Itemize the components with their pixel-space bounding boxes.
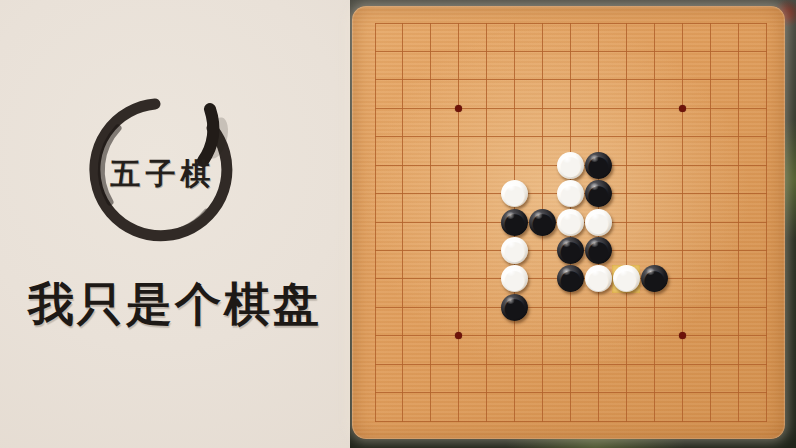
enso-ink-circle-icon: 五子棋 bbox=[88, 98, 238, 248]
grid-line bbox=[375, 421, 767, 422]
black-stone: ● bbox=[641, 265, 668, 292]
star-point bbox=[679, 105, 686, 112]
star-point bbox=[455, 332, 462, 339]
grid-line bbox=[738, 23, 739, 422]
white-stone: ● bbox=[557, 209, 584, 236]
grid-line bbox=[375, 335, 767, 336]
grid-line bbox=[430, 23, 431, 422]
black-stone: ● bbox=[585, 152, 612, 179]
grid-line bbox=[402, 23, 403, 422]
black-stone: ● bbox=[557, 265, 584, 292]
white-stone: ● bbox=[501, 180, 528, 207]
left-panel: 五子棋 我只是个棋盘 bbox=[0, 0, 350, 448]
grid-line bbox=[375, 392, 767, 393]
white-stone: ● bbox=[557, 180, 584, 207]
logo-title: 五子棋 bbox=[88, 154, 238, 195]
black-stone: ● bbox=[585, 180, 612, 207]
white-stone: ● bbox=[585, 265, 612, 292]
star-point bbox=[679, 332, 686, 339]
grid-line bbox=[458, 23, 459, 422]
white-stone: ● bbox=[585, 209, 612, 236]
grid-line bbox=[375, 364, 767, 365]
grid-line bbox=[486, 23, 487, 422]
grid-line bbox=[654, 23, 655, 422]
white-stone: ● bbox=[501, 237, 528, 264]
grid-line bbox=[375, 23, 376, 422]
white-stone: ● bbox=[501, 265, 528, 292]
grid-line bbox=[375, 51, 767, 52]
slogan-text: 我只是个棋盘 bbox=[0, 274, 350, 336]
black-stone: ● bbox=[585, 237, 612, 264]
grid-line bbox=[375, 307, 767, 308]
grid-line bbox=[682, 23, 683, 422]
black-stone: ● bbox=[557, 237, 584, 264]
app-window: 五子棋 我只是个棋盘 ●●●●●●●●●●●●●●●●●● bbox=[0, 0, 796, 448]
grid-line bbox=[375, 108, 767, 109]
white-stone: ● bbox=[557, 152, 584, 179]
grid-line bbox=[375, 79, 767, 80]
black-stone: ● bbox=[501, 209, 528, 236]
black-stone: ● bbox=[501, 294, 528, 321]
star-point bbox=[455, 105, 462, 112]
grid-line bbox=[626, 23, 627, 422]
grid-line bbox=[375, 136, 767, 137]
grid-line bbox=[766, 23, 767, 422]
board-panel: ●●●●●●●●●●●●●●●●●● bbox=[350, 0, 796, 448]
grid-line bbox=[710, 23, 711, 422]
grid-line bbox=[375, 23, 767, 24]
board-layer: ●●●●●●●●●●●●●●●●●● bbox=[350, 0, 796, 448]
black-stone: ● bbox=[529, 209, 556, 236]
